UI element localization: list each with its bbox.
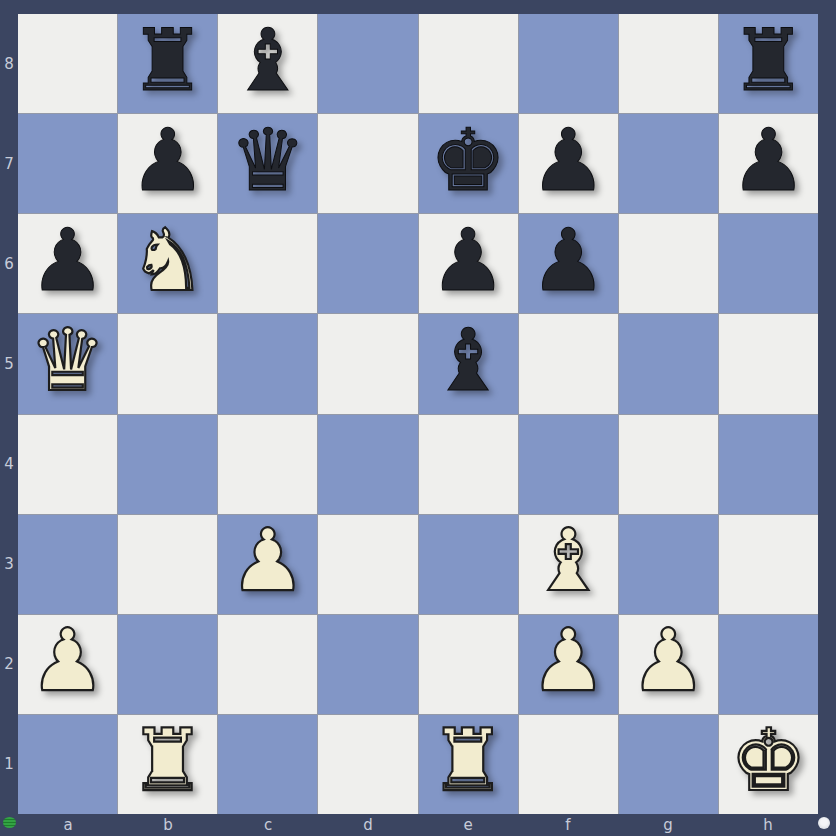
connection-status-icon [3, 817, 16, 828]
square-d3[interactable] [318, 515, 417, 614]
piece-white-bishop[interactable]: ♝ [530, 517, 607, 603]
square-e5[interactable]: ♝ [419, 314, 518, 413]
square-g4[interactable] [619, 415, 718, 514]
square-b8[interactable]: ♜ [118, 14, 217, 113]
piece-black-pawn[interactable]: ♟ [29, 217, 106, 303]
square-c7[interactable]: ♛ [218, 114, 317, 213]
square-d2[interactable] [318, 615, 417, 714]
square-h8[interactable]: ♜ [719, 14, 818, 113]
square-b4[interactable] [118, 415, 217, 514]
piece-black-bishop[interactable]: ♝ [229, 17, 306, 103]
file-label-f: f [518, 814, 618, 836]
square-h6[interactable] [719, 214, 818, 313]
piece-black-queen[interactable]: ♛ [229, 117, 306, 203]
square-d4[interactable] [318, 415, 417, 514]
file-label-b: b [118, 814, 218, 836]
square-g2[interactable]: ♟ [619, 615, 718, 714]
file-label-g: g [618, 814, 718, 836]
file-label-c: c [218, 814, 318, 836]
rank-label-8: 8 [0, 14, 18, 114]
rank-label-2: 2 [0, 614, 18, 714]
piece-white-pawn[interactable]: ♟ [630, 617, 707, 703]
square-f6[interactable]: ♟ [519, 214, 618, 313]
square-a5[interactable]: ♛ [18, 314, 117, 413]
square-b5[interactable] [118, 314, 217, 413]
square-h2[interactable] [719, 615, 818, 714]
piece-black-bishop[interactable]: ♝ [430, 317, 507, 403]
square-e8[interactable] [419, 14, 518, 113]
piece-black-rook[interactable]: ♜ [129, 17, 206, 103]
square-f4[interactable] [519, 415, 618, 514]
board-frame: ♜♝♜♟♛♚♟♟♟♞♟♟♛♝♟♝♟♟♟♜♜♚ 87654321 abcdefgh [0, 0, 836, 836]
square-e7[interactable]: ♚ [419, 114, 518, 213]
square-d8[interactable] [318, 14, 417, 113]
square-f8[interactable] [519, 14, 618, 113]
chess-board[interactable]: ♜♝♜♟♛♚♟♟♟♞♟♟♛♝♟♝♟♟♟♜♜♚ [18, 14, 818, 814]
square-f1[interactable] [519, 715, 618, 814]
square-d7[interactable] [318, 114, 417, 213]
square-f7[interactable]: ♟ [519, 114, 618, 213]
piece-white-knight[interactable]: ♞ [129, 217, 206, 303]
piece-white-king[interactable]: ♚ [730, 717, 807, 803]
piece-black-pawn[interactable]: ♟ [530, 117, 607, 203]
square-a2[interactable]: ♟ [18, 615, 117, 714]
rank-label-5: 5 [0, 314, 18, 414]
square-c5[interactable] [218, 314, 317, 413]
square-f2[interactable]: ♟ [519, 615, 618, 714]
square-a4[interactable] [18, 415, 117, 514]
file-label-d: d [318, 814, 418, 836]
square-g8[interactable] [619, 14, 718, 113]
square-e6[interactable]: ♟ [419, 214, 518, 313]
piece-black-king[interactable]: ♚ [430, 117, 507, 203]
piece-white-pawn[interactable]: ♟ [530, 617, 607, 703]
square-d5[interactable] [318, 314, 417, 413]
piece-black-pawn[interactable]: ♟ [129, 117, 206, 203]
rank-label-1: 1 [0, 714, 18, 814]
rank-label-4: 4 [0, 414, 18, 514]
piece-black-rook[interactable]: ♜ [730, 17, 807, 103]
piece-white-pawn[interactable]: ♟ [29, 617, 106, 703]
square-c3[interactable]: ♟ [218, 515, 317, 614]
piece-black-pawn[interactable]: ♟ [430, 217, 507, 303]
square-h5[interactable] [719, 314, 818, 413]
square-c6[interactable] [218, 214, 317, 313]
piece-black-pawn[interactable]: ♟ [730, 117, 807, 203]
square-a6[interactable]: ♟ [18, 214, 117, 313]
square-c4[interactable] [218, 415, 317, 514]
square-h1[interactable]: ♚ [719, 715, 818, 814]
square-g5[interactable] [619, 314, 718, 413]
square-d6[interactable] [318, 214, 417, 313]
piece-black-pawn[interactable]: ♟ [530, 217, 607, 303]
square-g1[interactable] [619, 715, 718, 814]
square-a7[interactable] [18, 114, 117, 213]
piece-white-rook[interactable]: ♜ [129, 717, 206, 803]
file-label-e: e [418, 814, 518, 836]
square-g6[interactable] [619, 214, 718, 313]
square-b6[interactable]: ♞ [118, 214, 217, 313]
square-e2[interactable] [419, 615, 518, 714]
square-a3[interactable] [18, 515, 117, 614]
square-g7[interactable] [619, 114, 718, 213]
square-e1[interactable]: ♜ [419, 715, 518, 814]
piece-white-queen[interactable]: ♛ [29, 317, 106, 403]
square-c2[interactable] [218, 615, 317, 714]
rank-label-7: 7 [0, 114, 18, 214]
file-label-h: h [718, 814, 818, 836]
square-h3[interactable] [719, 515, 818, 614]
square-g3[interactable] [619, 515, 718, 614]
square-b2[interactable] [118, 615, 217, 714]
square-a1[interactable] [18, 715, 117, 814]
square-b1[interactable]: ♜ [118, 715, 217, 814]
square-e4[interactable] [419, 415, 518, 514]
status-dot-icon [818, 817, 830, 829]
square-c8[interactable]: ♝ [218, 14, 317, 113]
square-c1[interactable] [218, 715, 317, 814]
rank-label-6: 6 [0, 214, 18, 314]
square-h7[interactable]: ♟ [719, 114, 818, 213]
piece-white-pawn[interactable]: ♟ [229, 517, 306, 603]
square-d1[interactable] [318, 715, 417, 814]
square-f3[interactable]: ♝ [519, 515, 618, 614]
square-b7[interactable]: ♟ [118, 114, 217, 213]
square-f5[interactable] [519, 314, 618, 413]
square-a8[interactable] [18, 14, 117, 113]
file-label-a: a [18, 814, 118, 836]
square-h4[interactable] [719, 415, 818, 514]
square-e3[interactable] [419, 515, 518, 614]
square-b3[interactable] [118, 515, 217, 614]
rank-label-3: 3 [0, 514, 18, 614]
piece-white-rook[interactable]: ♜ [430, 717, 507, 803]
